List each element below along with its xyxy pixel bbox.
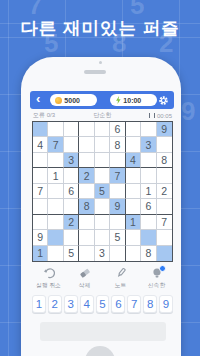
coin-amount: 5000 bbox=[64, 97, 80, 104]
difficulty-label: 단순한 bbox=[33, 111, 172, 120]
hint-label: 신속한 bbox=[148, 281, 165, 290]
hint-button[interactable]: 신속한 bbox=[140, 267, 173, 290]
sudoku-cell-r1c8[interactable] bbox=[141, 122, 156, 137]
sudoku-cell-r6c6[interactable]: 9 bbox=[110, 199, 125, 214]
sudoku-cell-r3c7[interactable]: 4 bbox=[126, 153, 141, 168]
sudoku-cell-r3c4[interactable] bbox=[79, 153, 94, 168]
status-row: 오류 0/3 단순한 00:05 bbox=[33, 111, 172, 120]
sudoku-cell-r9c5[interactable]: 3 bbox=[95, 246, 110, 261]
sudoku-cell-r3c9[interactable]: 8 bbox=[157, 153, 172, 168]
sudoku-cell-r8c4[interactable] bbox=[79, 230, 94, 245]
sudoku-cell-r9c2[interactable] bbox=[48, 246, 63, 261]
eraser-icon bbox=[79, 267, 91, 279]
sudoku-cell-r4c5[interactable] bbox=[95, 168, 110, 183]
sudoku-cell-r6c4[interactable]: 8 bbox=[79, 199, 94, 214]
sudoku-cell-r9c6[interactable] bbox=[110, 246, 125, 261]
phone-mockup: ‹ 5000 10:00 오류 0/3 단순한 00:05 bbox=[21, 57, 181, 356]
sudoku-cell-r6c7[interactable] bbox=[126, 199, 141, 214]
sudoku-cell-r3c3[interactable]: 3 bbox=[64, 153, 79, 168]
sudoku-cell-r8c3[interactable] bbox=[64, 230, 79, 245]
sudoku-cell-r5c8[interactable]: 1 bbox=[141, 184, 156, 199]
sudoku-cell-r3c8[interactable] bbox=[141, 153, 156, 168]
sudoku-cell-r4c3[interactable] bbox=[64, 168, 79, 183]
booster-timer-pill[interactable]: 10:00 bbox=[110, 94, 157, 106]
undo-button[interactable]: 실행 취소 bbox=[32, 267, 65, 290]
sudoku-cell-r2c8[interactable]: 3 bbox=[141, 137, 156, 152]
sudoku-cell-r5c9[interactable]: 2 bbox=[157, 184, 172, 199]
sudoku-cell-r7c6[interactable] bbox=[110, 215, 125, 230]
sudoku-cell-r8c7[interactable] bbox=[126, 230, 141, 245]
sudoku-cell-r3c1[interactable] bbox=[33, 153, 48, 168]
sudoku-cell-r1c9[interactable]: 9 bbox=[157, 122, 172, 137]
sudoku-cell-r3c5[interactable] bbox=[95, 153, 110, 168]
numpad-button-5[interactable]: 5 bbox=[96, 295, 110, 313]
sudoku-cell-r2c9[interactable] bbox=[157, 137, 172, 152]
speaker-grill bbox=[84, 70, 106, 74]
sudoku-cell-r8c8[interactable] bbox=[141, 230, 156, 245]
sudoku-cell-r9c7[interactable] bbox=[126, 246, 141, 261]
settings-button[interactable] bbox=[158, 95, 169, 106]
screenshot-root: 7558259 다른 재미있는 퍼즐 ‹ 5000 10:00 bbox=[0, 0, 200, 356]
background-digit: 9 bbox=[181, 98, 195, 124]
numpad-button-2[interactable]: 2 bbox=[48, 295, 62, 313]
sudoku-cell-r4c6[interactable]: 7 bbox=[110, 168, 125, 183]
sudoku-cell-r4c8[interactable] bbox=[141, 168, 156, 183]
back-chevron-icon: ‹ bbox=[36, 91, 40, 106]
numpad-button-8[interactable]: 8 bbox=[143, 295, 157, 313]
sudoku-cell-r4c2[interactable]: 1 bbox=[48, 168, 63, 183]
sudoku-cell-r2c3[interactable] bbox=[64, 137, 79, 152]
numpad-button-1[interactable]: 1 bbox=[32, 295, 46, 313]
sudoku-cell-r7c8[interactable] bbox=[141, 215, 156, 230]
sudoku-cell-r6c3[interactable] bbox=[64, 199, 79, 214]
sudoku-cell-r5c2[interactable] bbox=[48, 184, 63, 199]
erase-label: 삭제 bbox=[79, 281, 91, 290]
numpad-button-3[interactable]: 3 bbox=[64, 295, 78, 313]
sudoku-cell-r6c8[interactable]: 6 bbox=[141, 199, 156, 214]
sudoku-cell-r5c7[interactable] bbox=[126, 184, 141, 199]
game-header: ‹ 5000 10:00 bbox=[30, 91, 174, 109]
sudoku-cell-r1c7[interactable] bbox=[126, 122, 141, 137]
sudoku-cell-r3c6[interactable] bbox=[110, 153, 125, 168]
ad-banner-placeholder bbox=[40, 322, 166, 341]
sudoku-cell-r5c4[interactable] bbox=[79, 184, 94, 199]
sudoku-cell-r4c7[interactable] bbox=[126, 168, 141, 183]
numpad-button-4[interactable]: 4 bbox=[80, 295, 94, 313]
undo-arrow-icon bbox=[43, 267, 55, 279]
sudoku-cell-r6c2[interactable] bbox=[48, 199, 63, 214]
action-toolbar: 실행 취소 삭제 노트 bbox=[32, 267, 173, 290]
sudoku-cell-r2c4[interactable] bbox=[79, 137, 94, 152]
booster-time: 10:00 bbox=[123, 97, 141, 104]
pencil-icon bbox=[115, 267, 127, 279]
sudoku-cell-r7c9[interactable]: 7 bbox=[157, 215, 172, 230]
numpad-button-7[interactable]: 7 bbox=[127, 295, 141, 313]
sudoku-cell-r2c6[interactable]: 8 bbox=[110, 137, 125, 152]
camera-dot bbox=[99, 61, 102, 64]
sudoku-cell-r5c1[interactable]: 7 bbox=[33, 184, 48, 199]
undo-label: 실행 취소 bbox=[36, 281, 61, 290]
sudoku-cell-r5c5[interactable]: 5 bbox=[95, 184, 110, 199]
banner-title: 다른 재미있는 퍼즐 bbox=[0, 16, 200, 40]
sudoku-cell-r1c5[interactable] bbox=[95, 122, 110, 137]
sudoku-cell-r1c6[interactable]: 6 bbox=[110, 122, 125, 137]
sudoku-cell-r8c2[interactable] bbox=[48, 230, 63, 245]
sudoku-cell-r7c1[interactable] bbox=[33, 215, 48, 230]
sudoku-cell-r8c9[interactable] bbox=[157, 230, 172, 245]
sudoku-cell-r1c3[interactable] bbox=[64, 122, 79, 137]
sudoku-cell-r5c6[interactable] bbox=[110, 184, 125, 199]
sudoku-cell-r6c1[interactable] bbox=[33, 199, 48, 214]
gear-icon bbox=[158, 95, 169, 106]
sudoku-cell-r2c7[interactable] bbox=[126, 137, 141, 152]
back-button[interactable]: ‹ bbox=[30, 91, 44, 109]
sudoku-cell-r9c4[interactable] bbox=[79, 246, 94, 261]
note-button[interactable]: 노트 bbox=[104, 267, 137, 290]
hint-badge bbox=[159, 265, 166, 272]
sudoku-cell-r9c8[interactable]: 8 bbox=[141, 246, 156, 261]
sudoku-cell-r5c3[interactable]: 6 bbox=[64, 184, 79, 199]
sudoku-cell-r1c1[interactable] bbox=[33, 122, 48, 137]
sudoku-cell-r9c3[interactable]: 5 bbox=[64, 246, 79, 261]
sudoku-cell-r8c6[interactable]: 5 bbox=[110, 230, 125, 245]
sudoku-cell-r9c1[interactable]: 1 bbox=[33, 246, 48, 261]
sudoku-cell-r2c1[interactable]: 4 bbox=[33, 137, 48, 152]
sudoku-grid[interactable]: 69478334812776512896217951538 bbox=[32, 121, 173, 262]
sudoku-cell-r4c1[interactable] bbox=[33, 168, 48, 183]
coin-balance-pill[interactable]: 5000 bbox=[50, 94, 97, 106]
note-label: 노트 bbox=[115, 281, 127, 290]
home-button[interactable] bbox=[85, 346, 115, 356]
sudoku-cell-r7c4[interactable] bbox=[79, 215, 94, 230]
number-pad: 123456789 bbox=[32, 295, 173, 313]
sudoku-cell-r7c7[interactable]: 1 bbox=[126, 215, 141, 230]
sudoku-cell-r3c2[interactable] bbox=[48, 153, 63, 168]
sudoku-cell-r2c5[interactable] bbox=[95, 137, 110, 152]
sudoku-cell-r2c2[interactable]: 7 bbox=[48, 137, 63, 152]
sudoku-cell-r4c9[interactable] bbox=[157, 168, 172, 183]
sudoku-cell-r4c4[interactable]: 2 bbox=[79, 168, 94, 183]
coin-icon bbox=[55, 97, 62, 104]
sudoku-cell-r9c9[interactable] bbox=[157, 246, 172, 261]
sudoku-cell-r7c5[interactable] bbox=[95, 215, 110, 230]
numpad-button-6[interactable]: 6 bbox=[111, 295, 125, 313]
sudoku-cell-r7c2[interactable] bbox=[48, 215, 63, 230]
sudoku-cell-r1c2[interactable] bbox=[48, 122, 63, 137]
sudoku-cell-r8c1[interactable]: 9 bbox=[33, 230, 48, 245]
sudoku-cell-r1c4[interactable] bbox=[79, 122, 94, 137]
sudoku-cell-r8c5[interactable] bbox=[95, 230, 110, 245]
sudoku-cell-r7c3[interactable]: 2 bbox=[64, 215, 79, 230]
erase-button[interactable]: 삭제 bbox=[68, 267, 101, 290]
numpad-button-9[interactable]: 9 bbox=[159, 295, 173, 313]
sudoku-cell-r6c9[interactable] bbox=[157, 199, 172, 214]
lightning-icon bbox=[115, 96, 121, 104]
sudoku-cell-r6c5[interactable] bbox=[95, 199, 110, 214]
